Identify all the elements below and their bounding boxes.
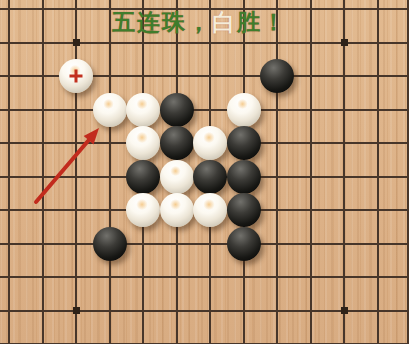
stone-white[interactable] xyxy=(126,93,160,127)
grid-line-h xyxy=(0,243,409,245)
grid-line-h xyxy=(0,310,409,312)
last-move-marker-icon xyxy=(59,59,93,93)
grid-line-v xyxy=(343,0,345,344)
grid-line-v xyxy=(377,0,379,344)
stone-black[interactable] xyxy=(126,160,160,194)
result-caption: 五连珠，白胜！ xyxy=(112,10,287,36)
grid-line-v xyxy=(42,0,44,344)
stone-black[interactable] xyxy=(193,160,227,194)
grid-line-v xyxy=(276,0,278,344)
stone-black[interactable] xyxy=(227,160,261,194)
stone-black[interactable] xyxy=(260,59,294,93)
stone-black[interactable] xyxy=(93,227,127,261)
grid-line-h xyxy=(0,276,409,278)
caption-segment: 五连珠， xyxy=(112,10,212,35)
star-point xyxy=(73,307,80,314)
grid-line-h xyxy=(0,42,409,44)
star-point xyxy=(73,39,80,46)
stone-white[interactable] xyxy=(160,193,194,227)
stone-white[interactable] xyxy=(193,126,227,160)
stone-white[interactable] xyxy=(59,59,93,93)
grid-line-v xyxy=(75,0,77,344)
star-point xyxy=(341,39,348,46)
stone-black[interactable] xyxy=(227,193,261,227)
stone-black[interactable] xyxy=(227,126,261,160)
stone-black[interactable] xyxy=(160,93,194,127)
stone-black[interactable] xyxy=(160,126,194,160)
caption-segment: 白 xyxy=(212,10,237,35)
stone-white[interactable] xyxy=(126,193,160,227)
stone-white[interactable] xyxy=(227,93,261,127)
grid-line-v xyxy=(310,0,312,344)
grid-line-h xyxy=(0,109,409,111)
stone-white[interactable] xyxy=(160,160,194,194)
gomoku-board[interactable]: 五连珠，白胜！ xyxy=(0,0,409,344)
grid-line-v xyxy=(109,0,111,344)
stone-white[interactable] xyxy=(193,193,227,227)
grid-line-v xyxy=(8,0,10,344)
grid-line-v xyxy=(407,0,409,344)
caption-segment: 胜！ xyxy=(237,10,287,35)
star-point xyxy=(341,307,348,314)
stone-black[interactable] xyxy=(227,227,261,261)
stone-white[interactable] xyxy=(93,93,127,127)
stone-white[interactable] xyxy=(126,126,160,160)
